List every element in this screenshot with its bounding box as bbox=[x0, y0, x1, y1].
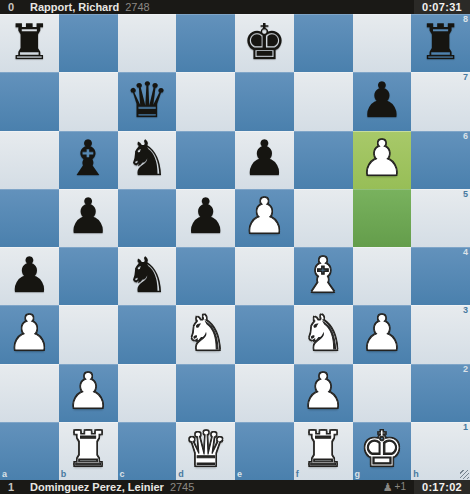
square-g3[interactable]: ♟ bbox=[353, 305, 412, 363]
black-pawn[interactable]: ♟ bbox=[7, 251, 51, 300]
square-g4[interactable] bbox=[353, 247, 412, 305]
square-e3[interactable] bbox=[235, 305, 294, 363]
black-pawn[interactable]: ♟ bbox=[184, 192, 228, 241]
file-label-h: h bbox=[413, 470, 419, 479]
square-b5[interactable]: ♟ bbox=[59, 189, 118, 247]
square-e7[interactable] bbox=[235, 72, 294, 130]
square-h8[interactable]: ♜8 bbox=[411, 14, 470, 72]
top-player-clock: 0:07:31 bbox=[414, 0, 470, 14]
white-knight[interactable]: ♞ bbox=[301, 309, 345, 358]
square-e6[interactable]: ♟ bbox=[235, 131, 294, 189]
square-c2[interactable] bbox=[118, 364, 177, 422]
file-label-a: a bbox=[2, 470, 7, 479]
square-a2[interactable] bbox=[0, 364, 59, 422]
file-label-b: b bbox=[61, 470, 67, 479]
square-c4[interactable]: ♞ bbox=[118, 247, 177, 305]
black-rook[interactable]: ♜ bbox=[419, 18, 463, 67]
square-d3[interactable]: ♞ bbox=[176, 305, 235, 363]
square-f4[interactable]: ♝ bbox=[294, 247, 353, 305]
square-f1[interactable]: ♜f bbox=[294, 422, 353, 480]
square-b3[interactable] bbox=[59, 305, 118, 363]
white-pawn[interactable]: ♟ bbox=[242, 192, 286, 241]
white-queen[interactable]: ♛ bbox=[184, 425, 228, 474]
black-pawn[interactable]: ♟ bbox=[242, 134, 286, 183]
square-d1[interactable]: ♛d bbox=[176, 422, 235, 480]
square-e8[interactable]: ♚ bbox=[235, 14, 294, 72]
square-g1[interactable]: ♚g bbox=[353, 422, 412, 480]
captured-pawn-icon: ♟ bbox=[383, 482, 393, 493]
square-c8[interactable] bbox=[118, 14, 177, 72]
white-rook[interactable]: ♜ bbox=[66, 425, 110, 474]
square-e5[interactable]: ♟ bbox=[235, 189, 294, 247]
material-advantage-value: +1 bbox=[395, 480, 406, 494]
square-c3[interactable] bbox=[118, 305, 177, 363]
file-label-d: d bbox=[178, 470, 184, 479]
square-a3[interactable]: ♟ bbox=[0, 305, 59, 363]
square-a4[interactable]: ♟ bbox=[0, 247, 59, 305]
square-f8[interactable] bbox=[294, 14, 353, 72]
square-e4[interactable] bbox=[235, 247, 294, 305]
white-king[interactable]: ♚ bbox=[360, 425, 404, 474]
square-f7[interactable] bbox=[294, 72, 353, 130]
white-pawn[interactable]: ♟ bbox=[301, 367, 345, 416]
white-pawn[interactable]: ♟ bbox=[66, 367, 110, 416]
white-pawn[interactable]: ♟ bbox=[360, 134, 404, 183]
square-a6[interactable] bbox=[0, 131, 59, 189]
square-e1[interactable]: e bbox=[235, 422, 294, 480]
square-h7[interactable]: 7 bbox=[411, 72, 470, 130]
bottom-player-clock: 0:17:02 bbox=[414, 480, 470, 494]
file-label-e: e bbox=[237, 470, 242, 479]
white-pawn[interactable]: ♟ bbox=[7, 309, 51, 358]
square-d6[interactable] bbox=[176, 131, 235, 189]
rank-label-4: 4 bbox=[463, 248, 468, 257]
square-g8[interactable] bbox=[353, 14, 412, 72]
file-label-g: g bbox=[355, 470, 361, 479]
square-h6[interactable]: 6 bbox=[411, 131, 470, 189]
square-f2[interactable]: ♟ bbox=[294, 364, 353, 422]
square-c5[interactable] bbox=[118, 189, 177, 247]
square-a1[interactable]: a bbox=[0, 422, 59, 480]
top-player-rating: 2748 bbox=[125, 0, 149, 14]
top-player-bar: 0 Rapport, Richard 2748 0:07:31 bbox=[0, 0, 470, 14]
square-g6[interactable]: ♟ bbox=[353, 131, 412, 189]
file-label-f: f bbox=[296, 470, 299, 479]
white-pawn[interactable]: ♟ bbox=[360, 309, 404, 358]
square-e2[interactable] bbox=[235, 364, 294, 422]
square-c1[interactable]: c bbox=[118, 422, 177, 480]
bottom-player-name: Dominguez Perez, Leinier bbox=[30, 480, 164, 494]
rank-label-8: 8 bbox=[463, 15, 468, 24]
rank-label-3: 3 bbox=[463, 306, 468, 315]
black-queen[interactable]: ♛ bbox=[125, 76, 169, 125]
black-bishop[interactable]: ♝ bbox=[66, 134, 110, 183]
square-g5[interactable] bbox=[353, 189, 412, 247]
square-f6[interactable] bbox=[294, 131, 353, 189]
square-h2[interactable]: 2 bbox=[411, 364, 470, 422]
square-f3[interactable]: ♞ bbox=[294, 305, 353, 363]
rank-label-7: 7 bbox=[463, 73, 468, 82]
bottom-player-score: 1 bbox=[0, 480, 30, 494]
square-g2[interactable] bbox=[353, 364, 412, 422]
square-h5[interactable]: 5 bbox=[411, 189, 470, 247]
square-b4[interactable] bbox=[59, 247, 118, 305]
square-h4[interactable]: 4 bbox=[411, 247, 470, 305]
square-b6[interactable]: ♝ bbox=[59, 131, 118, 189]
square-d7[interactable] bbox=[176, 72, 235, 130]
square-b8[interactable] bbox=[59, 14, 118, 72]
white-knight[interactable]: ♞ bbox=[184, 309, 228, 358]
white-rook[interactable]: ♜ bbox=[301, 425, 345, 474]
black-knight[interactable]: ♞ bbox=[125, 134, 169, 183]
top-player-score: 0 bbox=[0, 0, 30, 14]
square-g7[interactable]: ♟ bbox=[353, 72, 412, 130]
square-a5[interactable] bbox=[0, 189, 59, 247]
material-advantage: ♟ +1 bbox=[383, 480, 406, 494]
bottom-player-bar: 1 Dominguez Perez, Leinier 2745 ♟ +1 0:1… bbox=[0, 480, 470, 494]
black-rook[interactable]: ♜ bbox=[7, 18, 51, 67]
square-b2[interactable]: ♟ bbox=[59, 364, 118, 422]
rank-label-1: 1 bbox=[463, 423, 468, 432]
square-h3[interactable]: 3 bbox=[411, 305, 470, 363]
square-f5[interactable] bbox=[294, 189, 353, 247]
black-knight[interactable]: ♞ bbox=[125, 251, 169, 300]
file-label-c: c bbox=[120, 470, 125, 479]
black-pawn[interactable]: ♟ bbox=[360, 76, 404, 125]
square-c7[interactable]: ♛ bbox=[118, 72, 177, 130]
rank-label-2: 2 bbox=[463, 365, 468, 374]
square-d4[interactable] bbox=[176, 247, 235, 305]
rank-label-5: 5 bbox=[463, 190, 468, 199]
square-a7[interactable] bbox=[0, 72, 59, 130]
black-king[interactable]: ♚ bbox=[242, 18, 286, 67]
black-pawn[interactable]: ♟ bbox=[66, 192, 110, 241]
top-player-name: Rapport, Richard bbox=[30, 0, 119, 14]
square-b7[interactable] bbox=[59, 72, 118, 130]
rank-label-6: 6 bbox=[463, 132, 468, 141]
white-bishop[interactable]: ♝ bbox=[301, 251, 345, 300]
square-d5[interactable]: ♟ bbox=[176, 189, 235, 247]
square-c6[interactable]: ♞ bbox=[118, 131, 177, 189]
bottom-player-rating: 2745 bbox=[170, 480, 194, 494]
square-d2[interactable] bbox=[176, 364, 235, 422]
square-d8[interactable] bbox=[176, 14, 235, 72]
square-b1[interactable]: ♜b bbox=[59, 422, 118, 480]
square-a8[interactable]: ♜ bbox=[0, 14, 59, 72]
resize-handle-icon[interactable] bbox=[460, 470, 469, 479]
chess-board[interactable]: ♜♚♜8♛♟7♝♞♟♟6♟♟♟5♟♞♝4♟♞♞♟3♟♟2a♜bc♛de♜f♚g1… bbox=[0, 14, 470, 480]
